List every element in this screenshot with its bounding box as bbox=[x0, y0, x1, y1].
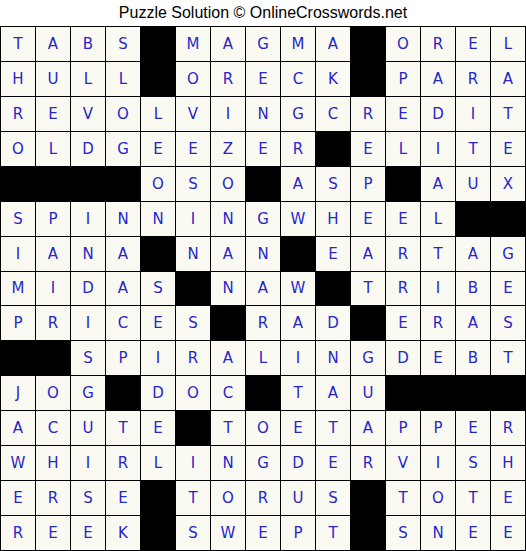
letter-cell: O bbox=[211, 167, 245, 201]
block-cell bbox=[106, 376, 140, 410]
letter-cell: N bbox=[211, 446, 245, 480]
letter-cell: T bbox=[281, 376, 315, 410]
block-cell bbox=[456, 202, 490, 236]
letter-cell: A bbox=[211, 341, 245, 375]
letter-cell: I bbox=[176, 202, 210, 236]
block-cell bbox=[106, 167, 140, 201]
letter-cell: N bbox=[211, 202, 245, 236]
block-cell bbox=[316, 132, 350, 166]
letter-cell: R bbox=[36, 306, 70, 340]
letter-cell: S bbox=[71, 481, 105, 515]
letter-cell: R bbox=[246, 306, 280, 340]
letter-cell: L bbox=[36, 132, 70, 166]
letter-cell: S bbox=[71, 341, 105, 375]
letter-cell: R bbox=[351, 446, 385, 480]
letter-cell: O bbox=[1, 132, 35, 166]
letter-cell: E bbox=[141, 306, 175, 340]
letter-cell: A bbox=[1, 411, 35, 445]
block-cell bbox=[141, 237, 175, 271]
letter-cell: E bbox=[351, 202, 385, 236]
block-cell bbox=[36, 167, 70, 201]
letter-cell: I bbox=[71, 446, 105, 480]
letter-cell: R bbox=[1, 97, 35, 131]
block-cell bbox=[36, 341, 70, 375]
letter-cell: C bbox=[106, 306, 140, 340]
letter-cell: O bbox=[36, 376, 70, 410]
letter-cell: A bbox=[316, 376, 350, 410]
letter-cell: E bbox=[491, 516, 525, 550]
block-cell bbox=[141, 516, 175, 550]
letter-cell: B bbox=[456, 272, 490, 306]
letter-cell: T bbox=[316, 516, 350, 550]
letter-cell: D bbox=[281, 446, 315, 480]
letter-cell: K bbox=[106, 516, 140, 550]
letter-cell: T bbox=[316, 411, 350, 445]
letter-cell: E bbox=[141, 132, 175, 166]
letter-cell: N bbox=[316, 341, 350, 375]
letter-cell: S bbox=[491, 306, 525, 340]
letter-cell: U bbox=[36, 62, 70, 96]
block-cell bbox=[211, 306, 245, 340]
letter-cell: E bbox=[386, 306, 420, 340]
letter-cell: P bbox=[281, 516, 315, 550]
letter-cell: I bbox=[71, 306, 105, 340]
letter-cell: D bbox=[71, 272, 105, 306]
letter-cell: A bbox=[351, 237, 385, 271]
letter-cell: R bbox=[36, 481, 70, 515]
letter-cell: A bbox=[491, 62, 525, 96]
letter-cell: S bbox=[176, 306, 210, 340]
letter-cell: S bbox=[1, 202, 35, 236]
letter-cell: A bbox=[456, 237, 490, 271]
letter-cell: G bbox=[281, 97, 315, 131]
block-cell bbox=[141, 27, 175, 61]
block-cell bbox=[386, 167, 420, 201]
letter-cell: P bbox=[36, 202, 70, 236]
letter-cell: J bbox=[1, 376, 35, 410]
letter-cell: T bbox=[421, 237, 455, 271]
letter-cell: H bbox=[316, 202, 350, 236]
letter-cell: T bbox=[106, 411, 140, 445]
letter-cell: T bbox=[491, 341, 525, 375]
letter-cell: G bbox=[246, 27, 280, 61]
letter-cell: T bbox=[491, 97, 525, 131]
letter-cell: N bbox=[211, 272, 245, 306]
letter-cell: R bbox=[106, 446, 140, 480]
letter-cell: D bbox=[71, 132, 105, 166]
letter-cell: I bbox=[211, 97, 245, 131]
letter-cell: S bbox=[316, 167, 350, 201]
letter-cell: I bbox=[71, 202, 105, 236]
letter-cell: P bbox=[1, 306, 35, 340]
letter-cell: A bbox=[421, 167, 455, 201]
letter-cell: E bbox=[456, 516, 490, 550]
letter-cell: E bbox=[71, 516, 105, 550]
letter-cell: A bbox=[211, 237, 245, 271]
letter-cell: G bbox=[246, 202, 280, 236]
letter-cell: A bbox=[281, 167, 315, 201]
letter-cell: E bbox=[106, 481, 140, 515]
letter-cell: I bbox=[36, 272, 70, 306]
letter-cell: E bbox=[316, 446, 350, 480]
letter-cell: W bbox=[211, 516, 245, 550]
letter-cell: H bbox=[491, 446, 525, 480]
letter-cell: A bbox=[456, 306, 490, 340]
letter-cell: D bbox=[421, 97, 455, 131]
letter-cell: V bbox=[386, 446, 420, 480]
letter-cell: R bbox=[386, 272, 420, 306]
letter-cell: P bbox=[421, 411, 455, 445]
letter-cell: L bbox=[246, 341, 280, 375]
letter-cell: E bbox=[421, 341, 455, 375]
letter-cell: T bbox=[211, 411, 245, 445]
crossword-board: TABSMAGMAORELHULLORECKPARAREVOLVINGCREDI… bbox=[0, 26, 526, 551]
letter-cell: U bbox=[71, 411, 105, 445]
letter-cell: E bbox=[246, 132, 280, 166]
letter-cell: E bbox=[386, 202, 420, 236]
letter-cell: X bbox=[491, 167, 525, 201]
letter-cell: P bbox=[386, 411, 420, 445]
block-cell bbox=[281, 237, 315, 271]
letter-cell: S bbox=[386, 516, 420, 550]
letter-cell: R bbox=[176, 341, 210, 375]
letter-cell: D bbox=[386, 341, 420, 375]
block-cell bbox=[176, 411, 210, 445]
letter-cell: O bbox=[246, 411, 280, 445]
letter-cell: D bbox=[141, 376, 175, 410]
letter-cell: O bbox=[211, 481, 245, 515]
letter-cell: I bbox=[421, 446, 455, 480]
letter-cell: G bbox=[246, 446, 280, 480]
letter-cell: V bbox=[176, 97, 210, 131]
letter-cell: M bbox=[176, 27, 210, 61]
letter-cell: S bbox=[106, 27, 140, 61]
letter-cell: L bbox=[106, 62, 140, 96]
block-cell bbox=[386, 376, 420, 410]
letter-cell: R bbox=[491, 411, 525, 445]
letter-cell: W bbox=[1, 446, 35, 480]
letter-cell: I bbox=[421, 272, 455, 306]
letter-cell: S bbox=[141, 272, 175, 306]
letter-cell: C bbox=[36, 411, 70, 445]
letter-cell: B bbox=[456, 341, 490, 375]
letter-cell: E bbox=[351, 132, 385, 166]
letter-cell: K bbox=[316, 62, 350, 96]
letter-cell: V bbox=[71, 97, 105, 131]
letter-cell: N bbox=[176, 237, 210, 271]
letter-cell: I bbox=[1, 237, 35, 271]
letter-cell: N bbox=[246, 97, 280, 131]
block-cell bbox=[351, 481, 385, 515]
block-cell bbox=[141, 62, 175, 96]
letter-cell: I bbox=[281, 341, 315, 375]
letter-cell: T bbox=[456, 481, 490, 515]
letter-cell: A bbox=[281, 306, 315, 340]
letter-cell: T bbox=[386, 481, 420, 515]
letter-cell: L bbox=[141, 97, 175, 131]
letter-cell: E bbox=[316, 237, 350, 271]
letter-cell: R bbox=[246, 481, 280, 515]
letter-cell: E bbox=[491, 481, 525, 515]
letter-cell: L bbox=[491, 27, 525, 61]
letter-cell: T bbox=[351, 272, 385, 306]
letter-cell: T bbox=[456, 132, 490, 166]
block-cell bbox=[351, 62, 385, 96]
block-cell bbox=[246, 376, 280, 410]
letter-cell: G bbox=[71, 376, 105, 410]
letter-cell: W bbox=[281, 272, 315, 306]
letter-cell: A bbox=[36, 27, 70, 61]
letter-cell: I bbox=[176, 446, 210, 480]
letter-cell: H bbox=[36, 446, 70, 480]
block-cell bbox=[456, 376, 490, 410]
block-cell bbox=[1, 167, 35, 201]
letter-cell: I bbox=[141, 341, 175, 375]
letter-cell: E bbox=[36, 516, 70, 550]
page-title: Puzzle Solution © OnlineCrosswords.net bbox=[0, 0, 526, 26]
letter-cell: R bbox=[421, 27, 455, 61]
letter-cell: U bbox=[351, 376, 385, 410]
letter-cell: R bbox=[1, 516, 35, 550]
letter-cell: C bbox=[316, 97, 350, 131]
letter-cell: O bbox=[141, 167, 175, 201]
letter-cell: R bbox=[281, 132, 315, 166]
letter-cell: E bbox=[281, 411, 315, 445]
letter-cell: E bbox=[36, 97, 70, 131]
letter-cell: D bbox=[316, 306, 350, 340]
letter-cell: N bbox=[106, 202, 140, 236]
letter-cell: A bbox=[421, 62, 455, 96]
letter-cell: E bbox=[246, 62, 280, 96]
letter-cell: E bbox=[491, 132, 525, 166]
letter-cell: E bbox=[141, 411, 175, 445]
letter-cell: E bbox=[1, 481, 35, 515]
letter-cell: S bbox=[316, 481, 350, 515]
letter-cell: O bbox=[176, 376, 210, 410]
letter-cell: A bbox=[106, 237, 140, 271]
letter-cell: A bbox=[351, 411, 385, 445]
letter-cell: P bbox=[351, 167, 385, 201]
letter-cell: R bbox=[351, 97, 385, 131]
letter-cell: S bbox=[176, 516, 210, 550]
letter-cell: A bbox=[246, 272, 280, 306]
letter-cell: A bbox=[106, 272, 140, 306]
block-cell bbox=[176, 272, 210, 306]
letter-cell: E bbox=[456, 411, 490, 445]
block-cell bbox=[141, 481, 175, 515]
letter-cell: U bbox=[456, 167, 490, 201]
letter-cell: E bbox=[176, 132, 210, 166]
letter-cell: O bbox=[176, 62, 210, 96]
letter-cell: L bbox=[421, 202, 455, 236]
block-cell bbox=[71, 167, 105, 201]
letter-cell: E bbox=[491, 272, 525, 306]
letter-cell: I bbox=[421, 132, 455, 166]
letter-cell: W bbox=[281, 202, 315, 236]
letter-cell: S bbox=[456, 446, 490, 480]
letter-cell: A bbox=[36, 237, 70, 271]
letter-cell: O bbox=[106, 97, 140, 131]
letter-cell: N bbox=[246, 237, 280, 271]
letter-cell: A bbox=[211, 27, 245, 61]
letter-cell: E bbox=[246, 516, 280, 550]
letter-cell: C bbox=[281, 62, 315, 96]
block-cell bbox=[1, 341, 35, 375]
letter-cell: N bbox=[421, 516, 455, 550]
letter-cell: G bbox=[491, 237, 525, 271]
block-cell bbox=[351, 516, 385, 550]
block-cell bbox=[421, 376, 455, 410]
letter-cell: C bbox=[211, 376, 245, 410]
letter-cell: L bbox=[386, 132, 420, 166]
letter-cell: Z bbox=[211, 132, 245, 166]
letter-cell: R bbox=[421, 306, 455, 340]
block-cell bbox=[246, 167, 280, 201]
letter-cell: R bbox=[456, 62, 490, 96]
letter-cell: N bbox=[71, 237, 105, 271]
block-cell bbox=[491, 376, 525, 410]
letter-cell: I bbox=[456, 97, 490, 131]
letter-cell: G bbox=[351, 341, 385, 375]
letter-cell: E bbox=[456, 27, 490, 61]
letter-cell: M bbox=[281, 27, 315, 61]
block-cell bbox=[316, 272, 350, 306]
block-cell bbox=[351, 27, 385, 61]
letter-cell: L bbox=[141, 446, 175, 480]
letter-cell: S bbox=[176, 167, 210, 201]
letter-cell: T bbox=[176, 481, 210, 515]
letter-cell: U bbox=[281, 481, 315, 515]
letter-cell: P bbox=[106, 341, 140, 375]
letter-cell: M bbox=[1, 272, 35, 306]
letter-cell: O bbox=[386, 27, 420, 61]
letter-cell: T bbox=[1, 27, 35, 61]
letter-cell: N bbox=[141, 202, 175, 236]
letter-cell: G bbox=[106, 132, 140, 166]
letter-cell: O bbox=[421, 481, 455, 515]
block-cell bbox=[351, 306, 385, 340]
letter-cell: H bbox=[1, 62, 35, 96]
letter-cell: A bbox=[316, 27, 350, 61]
letter-cell: L bbox=[71, 62, 105, 96]
letter-cell: E bbox=[386, 97, 420, 131]
letter-cell: B bbox=[71, 27, 105, 61]
letter-cell: R bbox=[211, 62, 245, 96]
letter-cell: R bbox=[386, 237, 420, 271]
letter-cell: P bbox=[386, 62, 420, 96]
block-cell bbox=[491, 202, 525, 236]
